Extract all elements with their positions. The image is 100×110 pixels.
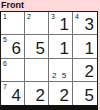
clue-number: 7 [3, 82, 7, 91]
puzzle-panel: Front 1 2 3 1 4 3 5 6 5 1 [0, 0, 100, 110]
clue-number: 4 [75, 12, 79, 21]
cell-value: 1 [85, 40, 94, 58]
cell-r1c1[interactable]: 1 [1, 12, 25, 35]
clue-number: 6 [3, 59, 7, 68]
candidate-marks: 2 5 [52, 71, 66, 81]
cell-r4c1[interactable]: 7 4 [1, 82, 25, 105]
cell-r3c3[interactable]: 2 5 [49, 59, 73, 82]
cell-r1c3[interactable]: 3 1 [49, 12, 73, 35]
cell-value: 2 [36, 87, 45, 105]
clue-number: 3 [51, 12, 55, 21]
cell-r3c2[interactable] [25, 59, 49, 82]
cell-value: 1 [60, 40, 69, 58]
cell-value: 4 [12, 87, 21, 105]
cell-value: 6 [12, 40, 21, 58]
cell-value: 2 [85, 63, 94, 81]
cell-value: 3 [85, 16, 94, 34]
clue-number: 2 [27, 12, 31, 21]
cell-r4c4[interactable]: 5 [73, 82, 97, 105]
cell-r4c3[interactable]: 2 [49, 82, 73, 105]
cell-r1c2[interactable]: 2 [25, 12, 49, 35]
cell-r1c4[interactable]: 4 3 [73, 12, 97, 35]
cell-r4c2[interactable]: 2 [25, 82, 49, 105]
clue-number: 1 [3, 12, 7, 21]
cell-value: 5 [36, 40, 45, 58]
clue-number: 5 [3, 35, 7, 44]
puzzle-grid: 1 2 3 1 4 3 5 6 5 1 1 [0, 11, 98, 110]
cell-value: 5 [85, 87, 94, 105]
panel-title: Front [0, 0, 100, 11]
cell-r2c1[interactable]: 5 6 [1, 35, 25, 58]
cell-value: 1 [60, 16, 69, 34]
cell-r3c4[interactable]: 2 [73, 59, 97, 82]
cell-r3c1[interactable]: 6 [1, 59, 25, 82]
cell-r2c4[interactable]: 1 [73, 35, 97, 58]
cell-r2c2[interactable]: 5 [25, 35, 49, 58]
cell-value: 2 [60, 87, 69, 105]
cell-r2c3[interactable]: 1 [49, 35, 73, 58]
